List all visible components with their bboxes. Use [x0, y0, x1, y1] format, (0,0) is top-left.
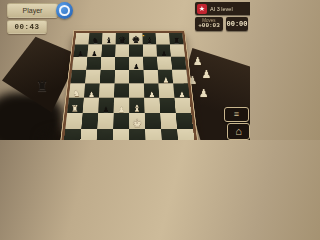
square-g8[interactable] — [156, 33, 170, 45]
increment-value: +00:03 — [198, 23, 220, 29]
square-c7[interactable] — [101, 45, 115, 57]
piece-black-knight[interactable]: ♞ — [88, 37, 102, 45]
piece-black-queen[interactable]: ♛ — [116, 36, 130, 45]
square-e6[interactable]: ♟ — [129, 57, 143, 70]
piece-black-king[interactable]: ♚✦ — [129, 35, 143, 44]
square-e3[interactable]: ♝ — [129, 98, 145, 113]
piece-white-pawn[interactable]: ♟ — [159, 77, 174, 84]
chess-board[interactable]: ♞♝♛♚✦♝♜♟♟♟♟♟♞♟♟♟♜♟♟♝♚ — [74, 31, 180, 137]
piece-black-pawn[interactable]: ♟ — [129, 63, 143, 70]
player-name-panel[interactable]: Player — [7, 3, 58, 18]
square-a8[interactable] — [75, 33, 90, 45]
piece-white-pawn[interactable]: ♟ — [174, 91, 189, 98]
square-e2[interactable]: ♚ — [129, 113, 145, 129]
piece-white-pawn[interactable]: ♟ — [144, 91, 159, 98]
square-e8[interactable]: ♚✦ — [129, 33, 143, 45]
piece-black-pawn[interactable]: ♟ — [98, 106, 113, 113]
ai-clock: 00:00 — [226, 17, 248, 31]
menu-button[interactable]: ≡ — [224, 107, 249, 122]
player-clock: 00:43 — [7, 20, 47, 34]
square-g1[interactable] — [161, 129, 178, 140]
move-increment-panel: Moves +00:03 — [195, 17, 223, 31]
square-a3[interactable]: ♜ — [67, 98, 84, 113]
ai-opponent-panel[interactable]: ★ AI 3 level — [195, 2, 250, 15]
square-a4[interactable]: ♞ — [69, 83, 85, 97]
star-icon: ★ — [197, 4, 207, 14]
home-icon: ⌂ — [235, 126, 242, 137]
square-b1[interactable] — [80, 129, 97, 140]
piece-white-rook[interactable]: ♜ — [67, 105, 82, 113]
square-b8[interactable]: ♞ — [88, 33, 102, 45]
piece-black-pawn[interactable]: ♟ — [74, 50, 88, 56]
captured-white-pawn: ♟ — [193, 56, 203, 67]
square-h4[interactable]: ♟ — [173, 83, 189, 97]
square-h3[interactable] — [174, 98, 191, 113]
square-d6[interactable] — [115, 57, 129, 70]
square-h2[interactable] — [176, 113, 193, 129]
square-c2[interactable] — [97, 113, 113, 129]
square-b5[interactable] — [85, 70, 100, 84]
square-d3[interactable]: ♟ — [114, 98, 130, 113]
ai-time: 00:00 — [226, 20, 247, 28]
square-g4[interactable] — [159, 83, 175, 97]
square-g5[interactable]: ♟ — [158, 70, 173, 84]
square-c5[interactable] — [100, 70, 115, 84]
square-g2[interactable] — [160, 113, 177, 129]
piece-black-pawn[interactable]: ♟ — [87, 50, 101, 56]
square-c3[interactable]: ♟ — [98, 98, 114, 113]
square-c8[interactable]: ♝ — [102, 33, 116, 45]
square-b7[interactable]: ♟ — [87, 45, 102, 57]
turn-indicator-icon — [56, 2, 73, 19]
square-b4[interactable]: ♟ — [84, 83, 100, 97]
ring-icon — [59, 5, 70, 16]
piece-black-rook[interactable]: ♜ — [170, 37, 184, 44]
player-name-label: Player — [23, 7, 43, 14]
square-g3[interactable] — [159, 98, 175, 113]
square-f4[interactable]: ♟ — [144, 83, 159, 97]
player-time: 00:43 — [14, 23, 39, 31]
piece-white-knight[interactable]: ♞ — [69, 89, 84, 98]
square-b6[interactable] — [86, 57, 101, 70]
square-a1[interactable] — [63, 129, 81, 140]
square-a2[interactable] — [65, 113, 82, 129]
square-e1[interactable] — [129, 129, 145, 140]
captured-white-pawn: ♟ — [199, 88, 209, 99]
square-e7[interactable] — [129, 45, 143, 57]
square-f3[interactable] — [144, 98, 160, 113]
square-h1[interactable] — [177, 129, 195, 140]
square-d4[interactable] — [114, 83, 129, 97]
square-b3[interactable] — [83, 98, 99, 113]
square-d7[interactable] — [115, 45, 129, 57]
square-f2[interactable] — [145, 113, 161, 129]
square-d5[interactable] — [115, 70, 130, 84]
piece-white-bishop[interactable]: ♝ — [129, 104, 144, 113]
home-button[interactable]: ⌂ — [227, 123, 250, 140]
square-d8[interactable]: ♛ — [116, 33, 130, 45]
square-h8[interactable]: ♜ — [169, 33, 184, 45]
square-f6[interactable] — [143, 57, 158, 70]
piece-black-bishop[interactable]: ♝ — [143, 36, 157, 44]
square-h5[interactable] — [172, 70, 188, 84]
piece-white-pawn[interactable]: ♟ — [84, 91, 99, 98]
square-g7[interactable]: ♟ — [156, 45, 171, 57]
square-f1[interactable] — [145, 129, 162, 140]
piece-black-bishop[interactable]: ♝ — [102, 36, 116, 44]
square-c4[interactable] — [99, 83, 114, 97]
square-c6[interactable] — [101, 57, 116, 70]
square-e4[interactable] — [129, 83, 144, 97]
ai-level-label: AI 3 level — [210, 6, 233, 12]
square-f5[interactable] — [143, 70, 158, 84]
piece-white-pawn[interactable]: ♟ — [114, 106, 129, 113]
square-f7[interactable] — [143, 45, 157, 57]
square-a5[interactable] — [70, 70, 86, 84]
square-h7[interactable] — [170, 45, 185, 57]
square-a6[interactable] — [72, 57, 87, 70]
square-g6[interactable] — [157, 57, 172, 70]
square-e5[interactable] — [129, 70, 144, 84]
square-h6[interactable] — [171, 57, 186, 70]
chess-board-grid[interactable]: ♞♝♛♚✦♝♜♟♟♟♟♟♞♟♟♟♜♟♟♝♚ — [60, 31, 198, 140]
square-c1[interactable] — [96, 129, 113, 140]
piece-white-king[interactable]: ♚ — [129, 118, 145, 129]
captured-white-pawn: ♟ — [202, 69, 212, 80]
piece-black-pawn[interactable]: ♟ — [157, 50, 171, 56]
square-d1[interactable] — [113, 129, 129, 140]
square-b2[interactable] — [81, 113, 98, 129]
menu-icon: ≡ — [234, 110, 239, 119]
captured-black-knight: ♞ — [60, 31, 73, 45]
square-a7[interactable]: ♟ — [73, 45, 88, 57]
captured-black-rook: ♜ — [36, 79, 49, 93]
square-d2[interactable] — [113, 113, 129, 129]
